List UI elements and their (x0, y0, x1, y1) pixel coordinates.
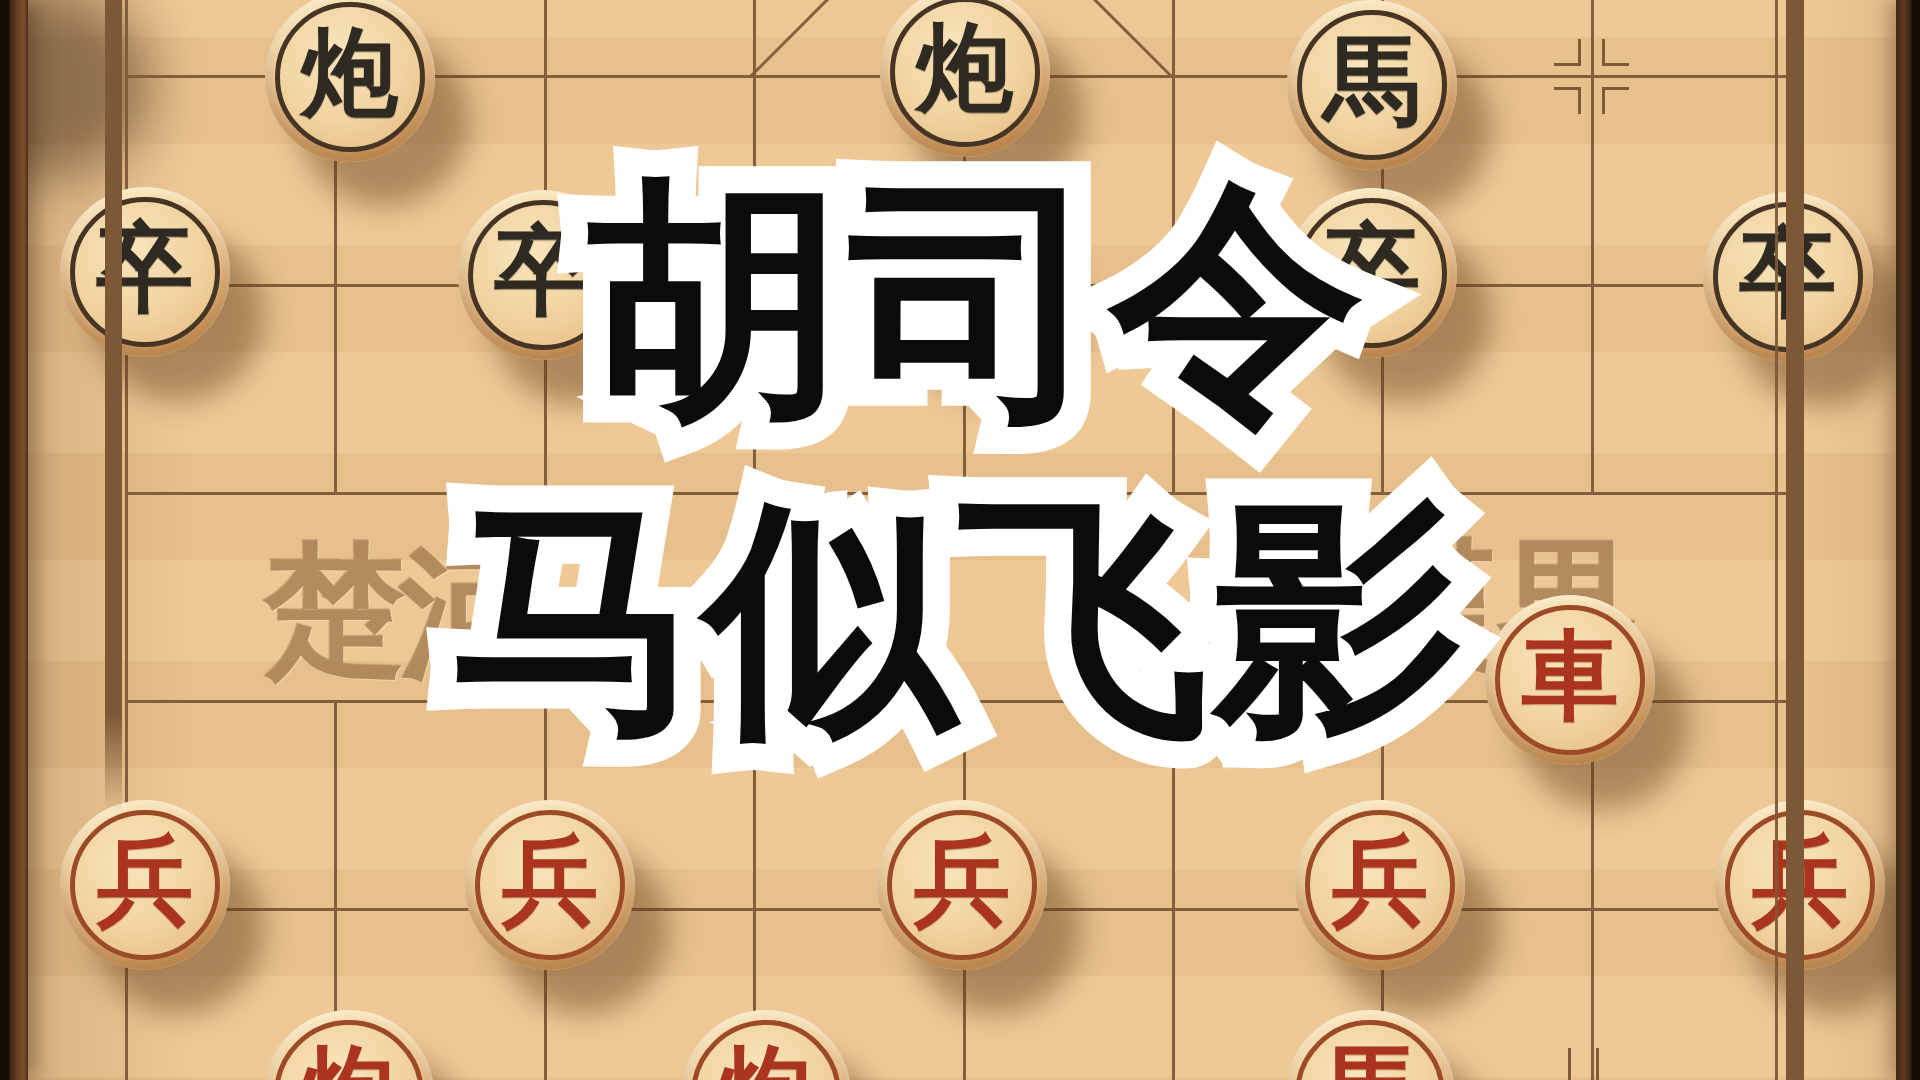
piece-ring: 炮 (691, 1020, 841, 1080)
piece-ring: 炮 (275, 2, 425, 152)
piece-ring: 卒 (70, 197, 220, 347)
board-cell (544, 0, 753, 75)
piece-e6-red[interactable]: 兵 (877, 800, 1047, 970)
piece-g6-red[interactable]: 兵 (1295, 800, 1465, 970)
piece-glyph: 兵 (914, 833, 1011, 930)
caption-line-1: 胡司令 (588, 133, 1371, 478)
piece-glyph: 兵 (97, 833, 194, 930)
piece-a6-red[interactable]: 兵 (60, 800, 230, 970)
piece-glyph: 馬 (1324, 33, 1421, 130)
piece-h5-red[interactable]: 車 (1485, 595, 1655, 765)
table-frame-left (0, 0, 28, 1080)
piece-glyph: 炮 (301, 1043, 398, 1080)
piece-glyph: 炮 (302, 25, 399, 122)
piece-glyph: 車 (1522, 628, 1619, 725)
piece-ring: 炮 (274, 1020, 424, 1080)
river-label-chu: 楚 (264, 516, 406, 708)
piece-ring: 炮 (890, 0, 1040, 147)
piece-b2-black[interactable]: 炮 (265, 0, 435, 162)
piece-ring: 兵 (475, 810, 625, 960)
piece-ring: 兵 (1305, 810, 1455, 960)
piece-a3-black[interactable]: 卒 (60, 187, 230, 357)
piece-ring: 兵 (887, 810, 1037, 960)
piece-ring: 兵 (70, 810, 220, 960)
piece-glyph: 馬 (1322, 1043, 1419, 1080)
piece-glyph: 兵 (502, 833, 599, 930)
caption-line-2: 马似飞影 (450, 452, 1466, 793)
screenshot-stage: 楚 河 漢 界 炮炮馬卒卒卒卒卒車兵兵兵兵兵炮炮馬 胡司令 马似飞影 (0, 0, 1920, 1080)
piece-ring: 車 (1495, 605, 1645, 755)
board-border-left-band (105, 0, 122, 812)
piece-glyph: 卒 (495, 223, 592, 320)
piece-glyph: 炮 (718, 1043, 815, 1080)
piece-c6-red[interactable]: 兵 (465, 800, 635, 970)
piece-glyph: 兵 (1332, 833, 1429, 930)
piece-glyph: 炮 (917, 20, 1014, 117)
table-frame-right (1896, 0, 1920, 1080)
board-border-right-band (1786, 0, 1804, 1080)
marker-h7-arm-left (1568, 1048, 1571, 1080)
marker-h7-arm-right (1596, 1048, 1599, 1080)
board-border-right-line (1775, 0, 1778, 1080)
piece-ring: 馬 (1295, 1020, 1445, 1080)
